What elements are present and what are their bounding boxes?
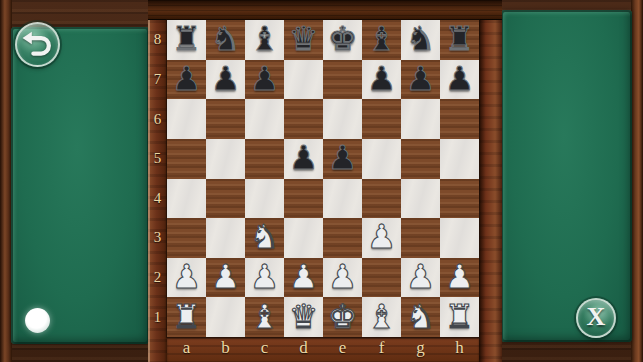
square-h4[interactable]	[440, 179, 479, 219]
square-h7[interactable]: ♟	[440, 60, 479, 100]
rank-labels: 87654321	[148, 20, 167, 337]
piece-white-pawn-f3[interactable]: ♟	[367, 220, 397, 253]
square-d3[interactable]	[284, 218, 323, 258]
square-d8[interactable]: ♛	[284, 20, 323, 60]
square-e5[interactable]: ♟	[323, 139, 362, 179]
piece-black-pawn-b7[interactable]: ♟	[211, 62, 241, 95]
square-f2[interactable]	[362, 258, 401, 298]
square-a7[interactable]: ♟	[167, 60, 206, 100]
piece-white-rook-h1[interactable]: ♜	[445, 300, 475, 333]
chess-app-screen: 87654321 ♜♞♝♛♚♝♞♜♟♟♟♟♟♟♟♟♞♟♟♟♟♟♟♟♟♜♝♛♚♝♞…	[0, 0, 643, 362]
piece-white-pawn-b2[interactable]: ♟	[211, 260, 241, 293]
square-e6[interactable]	[323, 99, 362, 139]
piece-white-pawn-a2[interactable]: ♟	[172, 260, 202, 293]
square-f4[interactable]	[362, 179, 401, 219]
right-felt-panel	[501, 10, 632, 342]
square-g1[interactable]: ♞	[401, 297, 440, 337]
square-e8[interactable]: ♚	[323, 20, 362, 60]
rank-label-7: 7	[148, 60, 167, 100]
piece-black-pawn-g7[interactable]: ♟	[406, 62, 436, 95]
piece-white-rook-a1[interactable]: ♜	[172, 300, 202, 333]
square-b8[interactable]: ♞	[206, 20, 245, 60]
square-d5[interactable]: ♟	[284, 139, 323, 179]
square-h6[interactable]	[440, 99, 479, 139]
square-f3[interactable]: ♟	[362, 218, 401, 258]
chess-board: ♜♞♝♛♚♝♞♜♟♟♟♟♟♟♟♟♞♟♟♟♟♟♟♟♟♜♝♛♚♝♞♜	[167, 20, 479, 337]
piece-white-bishop-c1[interactable]: ♝	[250, 300, 280, 333]
piece-white-pawn-d2[interactable]: ♟	[289, 260, 319, 293]
close-x-label: X	[587, 302, 606, 332]
file-labels: abcdefgh	[167, 337, 479, 359]
left-felt-panel	[11, 27, 149, 344]
board-frame-top	[148, 0, 502, 20]
piece-black-knight-b8[interactable]: ♞	[211, 22, 241, 55]
file-label-a: a	[167, 337, 206, 359]
square-g8[interactable]: ♞	[401, 20, 440, 60]
square-a6[interactable]	[167, 99, 206, 139]
square-g2[interactable]: ♟	[401, 258, 440, 298]
piece-white-pawn-e2[interactable]: ♟	[328, 260, 358, 293]
square-f8[interactable]: ♝	[362, 20, 401, 60]
undo-button[interactable]	[15, 22, 60, 67]
square-e2[interactable]: ♟	[323, 258, 362, 298]
square-g3[interactable]	[401, 218, 440, 258]
square-e4[interactable]	[323, 179, 362, 219]
rank-label-8: 8	[148, 20, 167, 60]
piece-black-pawn-d5[interactable]: ♟	[289, 141, 319, 174]
piece-black-pawn-e5[interactable]: ♟	[328, 141, 358, 174]
file-label-h: h	[440, 337, 479, 359]
square-h3[interactable]	[440, 218, 479, 258]
square-a5[interactable]	[167, 139, 206, 179]
square-a8[interactable]: ♜	[167, 20, 206, 60]
square-b3[interactable]	[206, 218, 245, 258]
square-a3[interactable]	[167, 218, 206, 258]
chess-board-frame: 87654321 ♜♞♝♛♚♝♞♜♟♟♟♟♟♟♟♟♞♟♟♟♟♟♟♟♟♜♝♛♚♝♞…	[148, 0, 502, 362]
square-f5[interactable]	[362, 139, 401, 179]
piece-black-king-e8[interactable]: ♚	[328, 22, 358, 55]
piece-black-bishop-f8[interactable]: ♝	[367, 22, 397, 55]
piece-black-rook-a8[interactable]: ♜	[172, 22, 202, 55]
piece-black-pawn-f7[interactable]: ♟	[367, 62, 397, 95]
white-ball[interactable]	[25, 308, 50, 333]
square-c4[interactable]	[245, 179, 284, 219]
piece-black-knight-g8[interactable]: ♞	[406, 22, 436, 55]
square-b5[interactable]	[206, 139, 245, 179]
square-h1[interactable]: ♜	[440, 297, 479, 337]
piece-white-pawn-g2[interactable]: ♟	[406, 260, 436, 293]
square-h8[interactable]: ♜	[440, 20, 479, 60]
piece-white-pawn-h2[interactable]: ♟	[445, 260, 475, 293]
square-e7[interactable]	[323, 60, 362, 100]
square-c5[interactable]	[245, 139, 284, 179]
square-e1[interactable]: ♚	[323, 297, 362, 337]
file-label-f: f	[362, 337, 401, 359]
square-a1[interactable]: ♜	[167, 297, 206, 337]
file-label-c: c	[245, 337, 284, 359]
piece-black-rook-h8[interactable]: ♜	[445, 22, 475, 55]
square-d6[interactable]	[284, 99, 323, 139]
square-b1[interactable]	[206, 297, 245, 337]
square-g6[interactable]	[401, 99, 440, 139]
square-h5[interactable]	[440, 139, 479, 179]
file-label-d: d	[284, 337, 323, 359]
square-h2[interactable]: ♟	[440, 258, 479, 298]
square-b2[interactable]: ♟	[206, 258, 245, 298]
piece-white-king-e1[interactable]: ♚	[328, 300, 358, 333]
square-c7[interactable]: ♟	[245, 60, 284, 100]
square-c6[interactable]	[245, 99, 284, 139]
square-c3[interactable]: ♞	[245, 218, 284, 258]
square-b6[interactable]	[206, 99, 245, 139]
square-a4[interactable]	[167, 179, 206, 219]
square-d4[interactable]	[284, 179, 323, 219]
square-d1[interactable]: ♛	[284, 297, 323, 337]
rank-label-6: 6	[148, 99, 167, 139]
rank-label-5: 5	[148, 139, 167, 179]
square-f7[interactable]: ♟	[362, 60, 401, 100]
square-c2[interactable]: ♟	[245, 258, 284, 298]
piece-black-bishop-c8[interactable]: ♝	[250, 22, 280, 55]
rank-label-2: 2	[148, 258, 167, 298]
square-d2[interactable]: ♟	[284, 258, 323, 298]
square-g5[interactable]	[401, 139, 440, 179]
square-a2[interactable]: ♟	[167, 258, 206, 298]
file-label-b: b	[206, 337, 245, 359]
square-c1[interactable]: ♝	[245, 297, 284, 337]
rank-label-1: 1	[148, 297, 167, 337]
undo-arrow-icon	[21, 28, 55, 62]
square-b4[interactable]	[206, 179, 245, 219]
square-g4[interactable]	[401, 179, 440, 219]
piece-black-pawn-h7[interactable]: ♟	[445, 62, 475, 95]
square-c8[interactable]: ♝	[245, 20, 284, 60]
file-label-g: g	[401, 337, 440, 359]
piece-black-queen-d8[interactable]: ♛	[289, 22, 319, 55]
right-wood-edge	[631, 0, 643, 362]
square-g7[interactable]: ♟	[401, 60, 440, 100]
square-f6[interactable]	[362, 99, 401, 139]
piece-white-knight-g1[interactable]: ♞	[406, 300, 436, 333]
rank-label-4: 4	[148, 179, 167, 219]
piece-black-pawn-a7[interactable]: ♟	[172, 62, 202, 95]
board-frame-right	[479, 20, 502, 362]
piece-white-pawn-c2[interactable]: ♟	[250, 260, 280, 293]
rank-label-3: 3	[148, 218, 167, 258]
piece-white-queen-d1[interactable]: ♛	[289, 300, 319, 333]
square-e3[interactable]	[323, 218, 362, 258]
piece-white-knight-c3[interactable]: ♞	[250, 220, 280, 253]
square-b7[interactable]: ♟	[206, 60, 245, 100]
piece-black-pawn-c7[interactable]: ♟	[250, 62, 280, 95]
close-button[interactable]: X	[576, 298, 616, 338]
square-d7[interactable]	[284, 60, 323, 100]
piece-white-bishop-f1[interactable]: ♝	[367, 300, 397, 333]
file-label-e: e	[323, 337, 362, 359]
square-f1[interactable]: ♝	[362, 297, 401, 337]
